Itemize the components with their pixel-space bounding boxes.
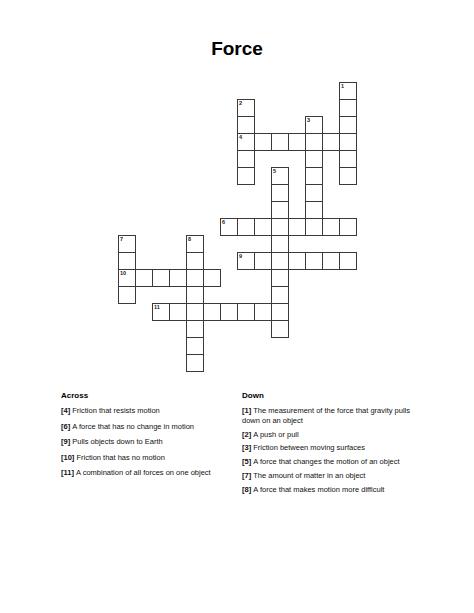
grid-cell-r4c8[interactable]: 4 [237, 133, 255, 151]
grid-cell-r3c8[interactable] [237, 116, 255, 134]
grid-cell-r8c12[interactable] [305, 201, 323, 219]
grid-cell-r9c10[interactable] [271, 218, 289, 236]
grid-cell-r11c10[interactable] [271, 252, 289, 270]
grid-cell-r3c14[interactable] [339, 116, 357, 134]
clue-text: Pulls objects down to Earth [72, 437, 162, 446]
grid-cell-r14c10[interactable] [271, 303, 289, 321]
grid-cell-r17c5[interactable] [186, 354, 204, 372]
grid-cell-r8c10[interactable] [271, 201, 289, 219]
grid-cell-r7c10[interactable] [271, 184, 289, 202]
grid-cell-r11c13[interactable] [322, 252, 340, 270]
grid-cell-r6c12[interactable] [305, 167, 323, 185]
clue-ref-number: [2] [242, 430, 253, 439]
grid-cell-r9c12[interactable] [305, 218, 323, 236]
grid-cell-r1c14[interactable]: 1 [339, 82, 357, 100]
grid-cell-r2c14[interactable] [339, 99, 357, 117]
grid-cell-r14c3[interactable]: 11 [152, 303, 170, 321]
clue-down-1: [1] The measurement of the force that gr… [242, 406, 412, 426]
clue-across-11: [11] A combination of all forces on one … [61, 468, 239, 478]
grid-cell-r11c1[interactable] [118, 252, 136, 270]
crossword-grid: 1234567891011 [118, 82, 357, 372]
grid-cell-r5c12[interactable] [305, 150, 323, 168]
grid-cell-r12c2[interactable] [135, 269, 153, 287]
grid-cell-r12c10[interactable] [271, 269, 289, 287]
grid-cell-r14c5[interactable] [186, 303, 204, 321]
grid-cell-r12c4[interactable] [169, 269, 187, 287]
grid-cell-r12c6[interactable] [203, 269, 221, 287]
clue-number-badge: 1 [341, 83, 344, 90]
across-header: Across [61, 391, 239, 400]
grid-cell-r12c5[interactable] [186, 269, 204, 287]
worksheet-page: Force 1234567891011 Across [4] Friction … [0, 0, 474, 613]
grid-cell-r13c10[interactable] [271, 286, 289, 304]
clue-text: The measurement of the force that gravit… [242, 406, 410, 425]
grid-cell-r7c12[interactable] [305, 184, 323, 202]
grid-cell-r11c8[interactable]: 9 [237, 252, 255, 270]
grid-cell-r16c5[interactable] [186, 337, 204, 355]
grid-cell-r5c8[interactable] [237, 150, 255, 168]
across-clues-section: Across [4] Friction that resists motion[… [61, 391, 239, 484]
clue-ref-number: [7] [242, 471, 253, 480]
clue-number-badge: 11 [154, 304, 160, 311]
clue-ref-number: [9] [61, 437, 72, 446]
clue-number-badge: 9 [239, 253, 242, 260]
clue-text: Friction that resists motion [72, 406, 160, 415]
grid-cell-r10c10[interactable] [271, 235, 289, 253]
grid-cell-r14c7[interactable] [220, 303, 238, 321]
clue-number-badge: 7 [120, 236, 123, 243]
clue-text: A force that has no change in motion [72, 422, 194, 431]
grid-cell-r9c9[interactable] [254, 218, 272, 236]
grid-cell-r9c13[interactable] [322, 218, 340, 236]
clue-ref-number: [4] [61, 406, 72, 415]
clue-text: A push or pull [253, 430, 298, 439]
grid-cell-r6c14[interactable] [339, 167, 357, 185]
grid-cell-r10c1[interactable]: 7 [118, 235, 136, 253]
clue-down-7: [7] The amount of matter in an object [242, 471, 412, 481]
grid-cell-r6c8[interactable] [237, 167, 255, 185]
grid-cell-r4c11[interactable] [288, 133, 306, 151]
grid-cell-r15c5[interactable] [186, 320, 204, 338]
grid-cell-r4c14[interactable] [339, 133, 357, 151]
grid-cell-r4c9[interactable] [254, 133, 272, 151]
down-clue-list: [1] The measurement of the force that gr… [242, 406, 412, 495]
clue-number-badge: 6 [222, 219, 225, 226]
grid-cell-r11c9[interactable] [254, 252, 272, 270]
grid-cell-r9c11[interactable] [288, 218, 306, 236]
clue-text: Friction between moving surfaces [253, 443, 365, 452]
clue-down-2: [2] A push or pull [242, 430, 412, 440]
clue-number-badge: 4 [239, 134, 242, 141]
clue-number-badge: 10 [120, 270, 126, 277]
grid-cell-r9c7[interactable]: 6 [220, 218, 238, 236]
grid-cell-r2c8[interactable]: 2 [237, 99, 255, 117]
down-clues-section: Down [1] The measurement of the force th… [242, 391, 412, 499]
clue-ref-number: [5] [242, 457, 253, 466]
grid-cell-r3c12[interactable]: 3 [305, 116, 323, 134]
grid-cell-r4c13[interactable] [322, 133, 340, 151]
clue-across-4: [4] Friction that resists motion [61, 406, 239, 416]
grid-cell-r15c10[interactable] [271, 320, 289, 338]
clue-ref-number: [11] [61, 468, 76, 477]
clue-ref-number: [3] [242, 443, 253, 452]
grid-cell-r13c5[interactable] [186, 286, 204, 304]
clue-across-10: [10] Friction that has no motion [61, 453, 239, 463]
grid-cell-r12c1[interactable]: 10 [118, 269, 136, 287]
grid-cell-r5c14[interactable] [339, 150, 357, 168]
grid-cell-r4c10[interactable] [271, 133, 289, 151]
clue-ref-number: [6] [61, 422, 72, 431]
grid-cell-r9c8[interactable] [237, 218, 255, 236]
grid-cell-r11c5[interactable] [186, 252, 204, 270]
grid-cell-r14c8[interactable] [237, 303, 255, 321]
clue-text: A combination of all forces on one objec… [76, 468, 211, 477]
grid-cell-r11c11[interactable] [288, 252, 306, 270]
clue-text: A force that changes the motion of an ob… [253, 457, 399, 466]
grid-cell-r14c9[interactable] [254, 303, 272, 321]
grid-cell-r4c12[interactable] [305, 133, 323, 151]
clue-number-badge: 2 [239, 100, 242, 107]
clue-ref-number: [1] [242, 406, 253, 415]
clue-down-5: [5] A force that changes the motion of a… [242, 457, 412, 467]
grid-cell-r6c10[interactable]: 5 [271, 167, 289, 185]
clue-text: A force that makes motion more difficult [253, 485, 384, 494]
down-header: Down [242, 391, 412, 400]
grid-cell-r14c4[interactable] [169, 303, 187, 321]
across-clue-list: [4] Friction that resists motion[6] A fo… [61, 406, 239, 478]
clue-ref-number: [8] [242, 485, 253, 494]
clue-down-8: [8] A force that makes motion more diffi… [242, 485, 412, 495]
clue-text: Friction that has no motion [76, 453, 164, 462]
grid-cell-r12c3[interactable] [152, 269, 170, 287]
puzzle-title: Force [0, 39, 474, 58]
clue-number-badge: 8 [188, 236, 191, 243]
grid-cell-r9c14[interactable] [339, 218, 357, 236]
clue-across-6: [6] A force that has no change in motion [61, 422, 239, 432]
clue-number-badge: 5 [273, 168, 276, 175]
grid-cell-r11c14[interactable] [339, 252, 357, 270]
clue-across-9: [9] Pulls objects down to Earth [61, 437, 239, 447]
grid-cell-r14c6[interactable] [203, 303, 221, 321]
clue-text: The amount of matter in an object [253, 471, 365, 480]
grid-cell-r10c5[interactable]: 8 [186, 235, 204, 253]
grid-cell-r11c12[interactable] [305, 252, 323, 270]
clue-number-badge: 3 [307, 117, 310, 124]
clue-ref-number: [10] [61, 453, 76, 462]
clue-down-3: [3] Friction between moving surfaces [242, 443, 412, 453]
grid-cell-r13c1[interactable] [118, 286, 136, 304]
